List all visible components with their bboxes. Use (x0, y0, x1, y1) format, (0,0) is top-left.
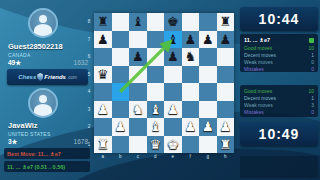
square-d2[interactable]: ♝ (147, 118, 165, 136)
player-country: UNITED STATES (8, 131, 51, 137)
square-e4[interactable] (164, 83, 182, 101)
opponent-stars: 49★ (8, 59, 21, 67)
square-d4[interactable] (147, 83, 165, 101)
stat-label: Weak moves (244, 102, 273, 108)
file-label-f: f (182, 153, 200, 160)
opponent-name[interactable]: Guest28502218 (8, 42, 63, 51)
piece-black-rook[interactable]: ♜ (217, 13, 235, 31)
square-e5[interactable] (164, 66, 182, 84)
square-f3[interactable] (182, 101, 200, 119)
avatar-head-icon (39, 15, 47, 23)
opponent-rating: 1632 (55, 59, 88, 66)
rank-label-1: 1 (86, 136, 92, 154)
square-c3[interactable]: ♞ (129, 101, 147, 119)
piece-white-queen[interactable]: ♛ (147, 136, 165, 154)
logo-text-friends: Friends (44, 74, 66, 80)
piece-black-queen[interactable]: ♛ (94, 66, 112, 84)
avatar-body-icon (34, 104, 52, 116)
file-label-e: e (164, 153, 182, 160)
file-label-b: b (112, 153, 130, 160)
piece-black-bishop[interactable]: ♝ (129, 13, 147, 31)
piece-black-rook[interactable]: ♜ (94, 13, 112, 31)
square-g3[interactable] (199, 101, 217, 119)
piece-white-rook[interactable]: ♜ (217, 136, 235, 154)
square-b6[interactable] (112, 48, 130, 66)
piece-white-pawn[interactable]: ♟ (94, 101, 112, 119)
square-c2[interactable] (129, 118, 147, 136)
square-a4[interactable] (94, 83, 112, 101)
square-c1[interactable] (129, 136, 147, 154)
square-h8[interactable]: ♜ (217, 13, 235, 31)
player-name[interactable]: JavaWiz (8, 121, 38, 130)
square-c7[interactable] (129, 31, 147, 49)
rank-label-3: 3 (86, 101, 92, 119)
piece-black-pawn[interactable]: ♟ (217, 31, 235, 49)
square-e6[interactable]: ♟ (164, 48, 182, 66)
stat-value: 0 (311, 109, 314, 115)
square-e8[interactable]: ♚ (164, 13, 182, 31)
square-b8[interactable] (112, 13, 130, 31)
stat-label: Decent moves (244, 52, 276, 58)
piece-black-king[interactable]: ♚ (164, 13, 182, 31)
stat-value: 1 (311, 52, 314, 58)
square-f8[interactable] (182, 13, 200, 31)
square-h7[interactable]: ♟ (217, 31, 235, 49)
last-move-label: 11. ... ♗e7 (244, 37, 270, 43)
avatar-body-icon (34, 24, 52, 36)
square-h1[interactable]: ♜ (217, 136, 235, 154)
square-d7[interactable] (147, 31, 165, 49)
piece-white-pawn[interactable]: ♟ (199, 118, 217, 136)
square-f2[interactable]: ♟ (182, 118, 200, 136)
square-c4[interactable] (129, 83, 147, 101)
square-h4[interactable] (217, 83, 235, 101)
logo-text-com: .com (67, 75, 77, 80)
square-e2[interactable] (164, 118, 182, 136)
stat-label: Mistakes (244, 66, 264, 72)
square-h5[interactable] (217, 66, 235, 84)
good-move-indicator-icon (309, 38, 314, 43)
square-a1[interactable]: ♜ (94, 136, 112, 154)
square-g5[interactable] (199, 66, 217, 84)
square-b5[interactable] (112, 66, 130, 84)
piece-white-pawn[interactable]: ♟ (164, 101, 182, 119)
square-e1[interactable]: ♚ (164, 136, 182, 154)
square-c5[interactable] (129, 66, 147, 84)
player-rating: 1678 (55, 138, 88, 145)
rank-label-5: 5 (86, 66, 92, 84)
square-g6[interactable] (199, 48, 217, 66)
piece-black-pawn[interactable]: ♟ (164, 48, 182, 66)
best-move-text: Best Move: 11... ♗e7 (7, 151, 61, 157)
piece-white-bishop[interactable]: ♝ (147, 101, 165, 119)
square-e3[interactable]: ♟ (164, 101, 182, 119)
square-a3[interactable]: ♟ (94, 101, 112, 119)
square-a2[interactable] (94, 118, 112, 136)
avatar-head-icon (39, 95, 47, 103)
square-f1[interactable] (182, 136, 200, 154)
square-d8[interactable] (147, 13, 165, 31)
file-label-a: a (94, 153, 112, 160)
player-move-stats-panel: Good moves 10 Decent moves 1 Weak moves … (240, 85, 318, 117)
avatar[interactable] (28, 88, 58, 118)
stat-label: Decent moves (244, 95, 276, 101)
opponent-move-stats-panel: 11. ... ♗e7 Good moves 10 Decent moves 1… (240, 34, 318, 72)
stat-value: 1 (311, 95, 314, 101)
piece-white-king[interactable]: ♚ (164, 136, 182, 154)
square-d3[interactable]: ♝ (147, 101, 165, 119)
square-b2[interactable]: ♟ (112, 118, 130, 136)
logo-text-chess: Chess (18, 74, 36, 80)
rank-label-2: 2 (86, 118, 92, 136)
player-clock-time: 10:49 (259, 126, 300, 142)
stat-value: 0 (311, 66, 314, 72)
chessfriends-logo[interactable]: Chess Friends .com (7, 69, 88, 85)
piece-white-pawn[interactable]: ♟ (112, 118, 130, 136)
piece-black-pawn[interactable]: ♟ (182, 31, 200, 49)
square-f5[interactable] (182, 66, 200, 84)
player-clock: 10:49 (240, 122, 318, 146)
piece-white-knight[interactable]: ♞ (129, 101, 147, 119)
stat-value: 10 (308, 88, 314, 94)
square-e7[interactable]: ♝ (164, 31, 182, 49)
stat-label: Weak moves (244, 59, 273, 65)
rank-label-6: 6 (86, 48, 92, 66)
square-g7[interactable]: ♟ (199, 31, 217, 49)
shield-icon (37, 73, 43, 81)
piece-black-knight[interactable]: ♞ (182, 48, 200, 66)
file-labels: abcdefgh (94, 153, 234, 160)
square-c6[interactable]: ♟ (129, 48, 147, 66)
square-a7[interactable]: ♟ (94, 31, 112, 49)
square-c8[interactable]: ♝ (129, 13, 147, 31)
piece-white-bishop[interactable]: ♝ (147, 118, 165, 136)
rank-label-8: 8 (86, 13, 92, 31)
rank-labels: 87654321 (86, 13, 92, 153)
square-f4[interactable] (182, 83, 200, 101)
stat-value: 3 (311, 102, 314, 108)
square-g4[interactable] (199, 83, 217, 101)
square-b3[interactable] (112, 101, 130, 119)
opponent-clock-time: 10:44 (259, 11, 300, 27)
stat-label: Good moves (244, 88, 272, 94)
square-b1[interactable] (112, 136, 130, 154)
avatar[interactable] (28, 8, 58, 38)
piece-black-pawn[interactable]: ♟ (129, 48, 147, 66)
rank-label-7: 7 (86, 31, 92, 49)
opponent-country: CANADA (8, 52, 31, 58)
square-b4[interactable] (112, 83, 130, 101)
stat-label: Mistakes (244, 109, 264, 115)
piece-black-bishop[interactable]: ♝ (164, 31, 182, 49)
stat-label: Good moves (244, 45, 272, 51)
game-screen: Guest28502218 CANADA 49★ 1632 Chess Frie… (0, 0, 320, 180)
best-move-banner: Best Move: 11... ♗e7 (4, 148, 90, 159)
square-a5[interactable]: ♛ (94, 66, 112, 84)
square-f7[interactable]: ♟ (182, 31, 200, 49)
square-a8[interactable]: ♜ (94, 13, 112, 31)
rank-label-4: 4 (86, 83, 92, 101)
square-d1[interactable]: ♛ (147, 136, 165, 154)
square-f6[interactable]: ♞ (182, 48, 200, 66)
stat-value: 10 (308, 45, 314, 51)
square-h2[interactable]: ♟ (217, 118, 235, 136)
file-label-d: d (147, 153, 165, 160)
square-h3[interactable] (217, 101, 235, 119)
played-move-banner: 11. ... ♗e7 (0.51→0.56) (4, 161, 90, 172)
piece-white-pawn[interactable]: ♟ (217, 118, 235, 136)
piece-white-rook[interactable]: ♜ (94, 136, 112, 154)
square-d6[interactable] (147, 48, 165, 66)
played-move-text: 11. ... ♗e7 (0.51→0.56) (7, 164, 65, 170)
player-stars: 3★ (8, 138, 17, 146)
file-label-g: g (199, 153, 217, 160)
piece-black-pawn[interactable]: ♟ (94, 31, 112, 49)
square-g1[interactable] (199, 136, 217, 154)
piece-black-pawn[interactable]: ♟ (199, 31, 217, 49)
square-d5[interactable] (147, 66, 165, 84)
chat-panel[interactable] (240, 156, 318, 178)
opponent-clock: 10:44 (240, 7, 318, 31)
piece-white-pawn[interactable]: ♟ (182, 118, 200, 136)
stat-value: 0 (311, 59, 314, 65)
square-g8[interactable] (199, 13, 217, 31)
file-label-h: h (217, 153, 235, 160)
square-g2[interactable]: ♟ (199, 118, 217, 136)
square-b7[interactable] (112, 31, 130, 49)
square-h6[interactable] (217, 48, 235, 66)
file-label-c: c (129, 153, 147, 160)
chess-board[interactable]: ♜♝♚♜♟♝♟♟♟♟♟♞♛♟♞♝♟♟♝♟♟♟♜♛♚♜ (94, 13, 234, 153)
square-a6[interactable] (94, 48, 112, 66)
